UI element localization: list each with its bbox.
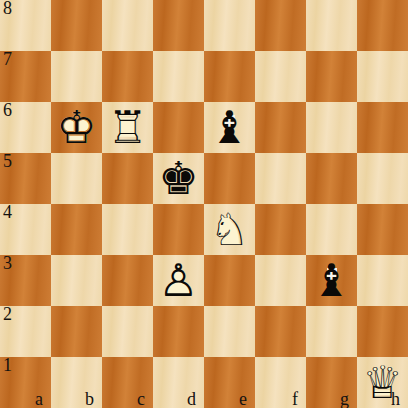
file-label-g: g [340, 390, 349, 408]
piece-white-rook[interactable]: ♜♖ [102, 102, 153, 153]
square-e3[interactable] [204, 255, 255, 306]
file-label-e: e [239, 390, 247, 408]
piece-white-pawn[interactable]: ♟♙ [153, 255, 204, 306]
white-pawn-icon: ♙ [153, 255, 204, 306]
square-f1[interactable]: f [255, 357, 306, 408]
square-b7[interactable] [51, 51, 102, 102]
square-e2[interactable] [204, 306, 255, 357]
file-label-f: f [292, 390, 298, 408]
piece-black-bishop[interactable]: ♝ [204, 102, 255, 153]
piece-white-queen[interactable]: ♛♕ [357, 357, 408, 408]
square-b8[interactable] [51, 0, 102, 51]
square-c3[interactable] [102, 255, 153, 306]
square-d5[interactable]: ♚ [153, 153, 204, 204]
file-label-a: a [35, 390, 43, 408]
square-g4[interactable] [306, 204, 357, 255]
rank-label-1: 1 [3, 355, 12, 375]
rank-label-8: 8 [3, 0, 12, 18]
square-c2[interactable] [102, 306, 153, 357]
square-d3[interactable]: ♟♙ [153, 255, 204, 306]
square-a5[interactable]: 5 [0, 153, 51, 204]
square-b4[interactable] [51, 204, 102, 255]
rank-label-6: 6 [3, 100, 12, 120]
square-c6[interactable]: ♜♖ [102, 102, 153, 153]
square-h4[interactable] [357, 204, 408, 255]
square-c5[interactable] [102, 153, 153, 204]
square-d4[interactable] [153, 204, 204, 255]
file-label-b: b [85, 390, 94, 408]
square-b3[interactable] [51, 255, 102, 306]
white-knight-icon: ♘ [204, 204, 255, 255]
square-g1[interactable]: g [306, 357, 357, 408]
square-d7[interactable] [153, 51, 204, 102]
square-h1[interactable]: h♛♕ [357, 357, 408, 408]
square-a1[interactable]: 1a [0, 357, 51, 408]
square-f8[interactable] [255, 0, 306, 51]
square-g7[interactable] [306, 51, 357, 102]
square-e5[interactable] [204, 153, 255, 204]
square-f5[interactable] [255, 153, 306, 204]
file-label-d: d [187, 390, 196, 408]
square-c4[interactable] [102, 204, 153, 255]
square-g6[interactable] [306, 102, 357, 153]
rank-label-4: 4 [3, 202, 12, 222]
square-h7[interactable] [357, 51, 408, 102]
square-e1[interactable]: e [204, 357, 255, 408]
square-f3[interactable] [255, 255, 306, 306]
white-rook-icon: ♖ [102, 102, 153, 153]
square-c1[interactable]: c [102, 357, 153, 408]
square-a4[interactable]: 4 [0, 204, 51, 255]
square-a3[interactable]: 3 [0, 255, 51, 306]
rank-label-3: 3 [3, 253, 12, 273]
square-b2[interactable] [51, 306, 102, 357]
square-f2[interactable] [255, 306, 306, 357]
square-e4[interactable]: ♞♘ [204, 204, 255, 255]
square-a8[interactable]: 8 [0, 0, 51, 51]
black-king-icon: ♚ [153, 153, 204, 204]
square-h3[interactable] [357, 255, 408, 306]
square-a6[interactable]: 6 [0, 102, 51, 153]
square-d2[interactable] [153, 306, 204, 357]
square-f6[interactable] [255, 102, 306, 153]
square-e7[interactable] [204, 51, 255, 102]
square-a7[interactable]: 7 [0, 51, 51, 102]
square-b5[interactable] [51, 153, 102, 204]
square-c7[interactable] [102, 51, 153, 102]
square-d8[interactable] [153, 0, 204, 51]
square-a2[interactable]: 2 [0, 306, 51, 357]
square-e6[interactable]: ♝ [204, 102, 255, 153]
square-b6[interactable]: ♚♔ [51, 102, 102, 153]
square-d6[interactable] [153, 102, 204, 153]
white-queen-icon: ♕ [357, 357, 408, 408]
chess-board: 876♚♔♜♖♝5♚4♞♘3♟♙♝21abcdefgh♛♕ [0, 0, 408, 408]
square-c8[interactable] [102, 0, 153, 51]
square-h6[interactable] [357, 102, 408, 153]
black-bishop-icon: ♝ [204, 102, 255, 153]
square-b1[interactable]: b [51, 357, 102, 408]
piece-black-king[interactable]: ♚ [153, 153, 204, 204]
square-h5[interactable] [357, 153, 408, 204]
rank-label-2: 2 [3, 304, 12, 324]
file-label-c: c [137, 390, 145, 408]
rank-label-5: 5 [3, 151, 12, 171]
black-bishop-icon: ♝ [306, 255, 357, 306]
rank-label-7: 7 [3, 49, 12, 69]
square-d1[interactable]: d [153, 357, 204, 408]
square-e8[interactable] [204, 0, 255, 51]
square-f4[interactable] [255, 204, 306, 255]
square-g8[interactable] [306, 0, 357, 51]
piece-white-king[interactable]: ♚♔ [51, 102, 102, 153]
white-king-icon: ♔ [51, 102, 102, 153]
piece-black-bishop[interactable]: ♝ [306, 255, 357, 306]
square-h2[interactable] [357, 306, 408, 357]
piece-white-knight[interactable]: ♞♘ [204, 204, 255, 255]
square-g3[interactable]: ♝ [306, 255, 357, 306]
square-f7[interactable] [255, 51, 306, 102]
square-g2[interactable] [306, 306, 357, 357]
square-g5[interactable] [306, 153, 357, 204]
square-h8[interactable] [357, 0, 408, 51]
